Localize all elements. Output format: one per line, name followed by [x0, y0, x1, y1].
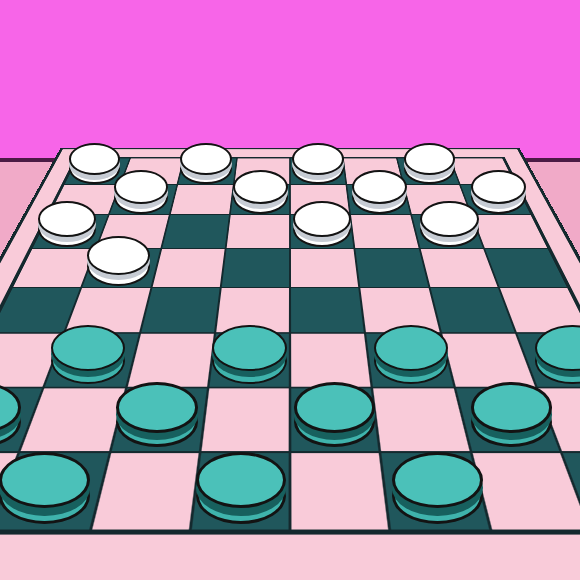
- square-r5c5[interactable]: [290, 287, 365, 333]
- white-piece[interactable]: [233, 170, 288, 214]
- white-piece[interactable]: [292, 143, 343, 184]
- square-r4c3[interactable]: [151, 248, 225, 287]
- piece-top: [420, 201, 479, 237]
- piece-top: [294, 382, 376, 433]
- piece-top: [212, 325, 286, 371]
- teal-piece[interactable]: [212, 325, 286, 384]
- square-r8c3[interactable]: [90, 452, 200, 531]
- square-r4c4[interactable]: [221, 248, 290, 287]
- piece-top: [87, 236, 150, 275]
- teal-piece[interactable]: [51, 325, 125, 384]
- white-piece[interactable]: [114, 170, 169, 214]
- piece-top: [233, 170, 288, 204]
- teal-piece[interactable]: [0, 382, 21, 447]
- square-r5c3[interactable]: [139, 287, 220, 333]
- piece-top: [471, 382, 553, 433]
- white-piece[interactable]: [352, 170, 407, 214]
- piece-top: [69, 143, 120, 175]
- piece-top: [374, 325, 448, 371]
- square-r8c7[interactable]: [470, 452, 580, 531]
- teal-piece[interactable]: [294, 382, 376, 447]
- white-piece[interactable]: [180, 143, 231, 184]
- teal-piece[interactable]: [471, 382, 553, 447]
- white-piece[interactable]: [404, 143, 455, 184]
- piece-top: [0, 452, 90, 508]
- piece-top: [471, 170, 526, 204]
- piece-top: [51, 325, 125, 371]
- teal-piece[interactable]: [196, 452, 286, 524]
- teal-piece[interactable]: [0, 452, 90, 524]
- piece-top: [114, 170, 169, 204]
- piece-top: [38, 201, 97, 237]
- square-r4c6[interactable]: [355, 248, 429, 287]
- piece-top: [293, 201, 352, 237]
- square-r8c5[interactable]: [290, 452, 390, 531]
- square-r4c8[interactable]: [484, 248, 568, 287]
- teal-piece[interactable]: [116, 382, 198, 447]
- white-piece[interactable]: [420, 201, 479, 248]
- white-piece[interactable]: [87, 236, 150, 286]
- teal-piece[interactable]: [392, 452, 482, 524]
- piece-top: [352, 170, 407, 204]
- white-piece[interactable]: [69, 143, 120, 184]
- teal-piece[interactable]: [374, 325, 448, 384]
- square-r6c5[interactable]: [290, 333, 372, 387]
- piece-top: [292, 143, 343, 175]
- teal-piece[interactable]: [535, 325, 580, 384]
- piece-top: [196, 452, 286, 508]
- piece-top: [180, 143, 231, 175]
- piece-top: [392, 452, 482, 508]
- square-r7c4[interactable]: [200, 387, 290, 452]
- square-r6c3[interactable]: [126, 333, 215, 387]
- square-r2c3[interactable]: [169, 184, 233, 214]
- checkers-scene: [0, 0, 580, 580]
- square-r3c4[interactable]: [225, 214, 290, 248]
- square-r3c6[interactable]: [350, 214, 419, 248]
- square-r3c3[interactable]: [161, 214, 230, 248]
- piece-top: [116, 382, 198, 433]
- white-piece[interactable]: [471, 170, 526, 214]
- square-r3c8[interactable]: [471, 214, 548, 248]
- square-r4c5[interactable]: [290, 248, 359, 287]
- white-piece[interactable]: [293, 201, 352, 248]
- wall: [0, 0, 580, 162]
